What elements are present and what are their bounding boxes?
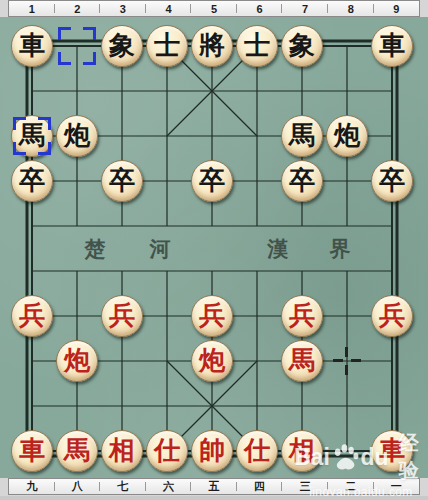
black-piece-將-f5r1[interactable]: 將 <box>191 25 233 67</box>
ruler-label-cn-4: 六 <box>146 479 192 494</box>
ruler-label-cn-1: 九 <box>9 479 55 494</box>
black-piece-卒-f3r4[interactable]: 卒 <box>101 160 143 202</box>
black-piece-士-f6r1[interactable]: 士 <box>236 25 278 67</box>
ruler-label-3: 3 <box>100 1 146 16</box>
black-piece-車-f1r1[interactable]: 車 <box>11 25 53 67</box>
last-move-from-marker <box>58 27 96 65</box>
ruler-label-6: 6 <box>237 1 283 16</box>
black-piece-士-f4r1[interactable]: 士 <box>146 25 188 67</box>
red-piece-兵-f3r7[interactable]: 兵 <box>101 295 143 337</box>
file-ruler-bottom: 九八七六五四三二一 <box>8 478 420 495</box>
ruler-label-7: 7 <box>282 1 328 16</box>
river-text-he: 河 <box>150 235 171 263</box>
red-piece-炮-f2r8[interactable]: 炮 <box>56 340 98 382</box>
red-piece-車-f9r10[interactable]: 車 <box>371 430 413 472</box>
ruler-label-9: 9 <box>374 1 420 16</box>
river-text-han: 漢 <box>268 235 289 263</box>
red-piece-帥-f5r10[interactable]: 帥 <box>191 430 233 472</box>
black-piece-炮-f2r3[interactable]: 炮 <box>56 115 98 157</box>
red-piece-相-f3r10[interactable]: 相 <box>101 430 143 472</box>
ruler-label-cn-9: 一 <box>374 479 420 494</box>
ruler-label-4: 4 <box>146 1 192 16</box>
ruler-label-5: 5 <box>191 1 237 16</box>
black-piece-炮-f8r3[interactable]: 炮 <box>326 115 368 157</box>
ruler-label-cn-8: 二 <box>328 479 374 494</box>
red-piece-兵-f9r7[interactable]: 兵 <box>371 295 413 337</box>
crosshair-cursor <box>333 347 361 375</box>
ruler-label-cn-2: 八 <box>55 479 101 494</box>
ruler-label-8: 8 <box>328 1 374 16</box>
ruler-label-2: 2 <box>55 1 101 16</box>
black-piece-卒-f1r4[interactable]: 卒 <box>11 160 53 202</box>
ruler-label-cn-7: 三 <box>282 479 328 494</box>
river-text-jie: 界 <box>330 235 351 263</box>
board-grid-lines <box>0 17 428 478</box>
xiangqi-board[interactable]: 楚 河 漢 界 車象士將士象車馬炮馬炮卒卒卒卒卒兵兵兵兵兵炮炮馬車馬相仕帥仕相車 <box>0 17 428 478</box>
ruler-label-cn-5: 五 <box>191 479 237 494</box>
ruler-label-cn-6: 四 <box>237 479 283 494</box>
ruler-label-1: 1 <box>9 1 55 16</box>
red-piece-兵-f7r7[interactable]: 兵 <box>281 295 323 337</box>
red-piece-仕-f6r10[interactable]: 仕 <box>236 430 278 472</box>
ruler-label-cn-3: 七 <box>100 479 146 494</box>
black-piece-車-f9r1[interactable]: 車 <box>371 25 413 67</box>
red-piece-炮-f5r8[interactable]: 炮 <box>191 340 233 382</box>
window-bottom-edge <box>0 496 428 500</box>
xiangqi-app-window: 123456789 <box>0 0 428 500</box>
black-piece-卒-f9r4[interactable]: 卒 <box>371 160 413 202</box>
red-piece-馬-f2r10[interactable]: 馬 <box>56 430 98 472</box>
black-piece-象-f7r1[interactable]: 象 <box>281 25 323 67</box>
river-text-chu: 楚 <box>85 235 106 263</box>
black-piece-卒-f5r4[interactable]: 卒 <box>191 160 233 202</box>
black-piece-象-f3r1[interactable]: 象 <box>101 25 143 67</box>
red-piece-車-f1r10[interactable]: 車 <box>11 430 53 472</box>
black-piece-卒-f7r4[interactable]: 卒 <box>281 160 323 202</box>
file-ruler-top: 123456789 <box>8 0 420 17</box>
red-piece-相-f7r10[interactable]: 相 <box>281 430 323 472</box>
red-piece-兵-f5r7[interactable]: 兵 <box>191 295 233 337</box>
red-piece-兵-f1r7[interactable]: 兵 <box>11 295 53 337</box>
red-piece-馬-f7r8[interactable]: 馬 <box>281 340 323 382</box>
last-move-to-marker <box>13 117 51 155</box>
red-piece-仕-f4r10[interactable]: 仕 <box>146 430 188 472</box>
black-piece-馬-f7r3[interactable]: 馬 <box>281 115 323 157</box>
